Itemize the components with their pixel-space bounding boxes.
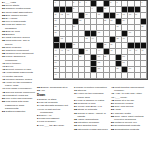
cell-number: 45 [110,49,112,51]
grid-cell[interactable] [141,73,147,79]
clue-text: Fund set aside for messages [5,23,26,29]
across-clues-tail: 65 Branch, Norwegian-style66 Ado [37,86,72,92]
cell-number: 35 [116,37,118,39]
cell-number: 30 [98,31,100,33]
clue-item: 53 Trattoria basketful [2,110,36,113]
cell-number: 50 [79,55,81,57]
clue-text: Pips doing with John, Passions or Todd b… [5,100,29,109]
down-clues-1: 1 Display of stars2 Low-fat products3 Hi… [37,98,72,127]
clue-text: Free-of-salt diet ad comparison [38,108,60,114]
cell-number: 61 [54,73,56,75]
crossword-page: 24 ___ Vista25 Cover start?26 Summer-rel… [0,0,150,150]
cell-number: 40 [54,49,56,51]
cell-number: 36 [123,37,125,39]
cell-number: 44 [98,49,100,51]
cell-number: 58 [98,67,100,69]
clue-text: Orchestrated contents [114,128,139,131]
clue-text: Cure, ages, adult contains collective be… [114,115,144,121]
clue-text: Sound in 'shoe,' 'about' or 'chants' [77,112,106,118]
cell-number: 47 [135,49,137,51]
cell-number: 19 [135,13,137,15]
cell-number: 33 [85,37,87,39]
cell-number: 25 [54,25,56,27]
clues-column-4: 43 Most talented independent company46 '… [111,86,148,149]
cell-number: 15 [98,13,100,15]
cell-number: 31 [129,31,131,33]
clue-text: Intercepts a pass and more [77,128,108,131]
cell-number: 5 [110,1,111,3]
cell-number: 51 [98,55,100,57]
clues-column-3: 9 Cause of friction elimination10 Stereo… [74,86,109,149]
cell-number: 55 [98,61,100,63]
cell-number: 14 [85,13,87,15]
clue-text: Prairie gardener's companion [5,55,25,61]
crossword-grid: 1234567891011121314151617181920212223242… [53,0,148,80]
cell-number: 27 [116,25,118,27]
cell-number: 4 [85,1,86,3]
cell-number: 59 [116,67,118,69]
across-clues-column: 24 ___ Vista25 Cover start?26 Summer-rel… [2,1,36,149]
cell-number: 56 [123,61,125,63]
clue-text: Trattoria basketful [5,110,26,113]
cell-number: 49 [54,55,56,57]
clues-column-2: 65 Branch, Norwegian-style66 Ado Down 1 … [37,86,72,149]
cell-number: 32 [61,37,63,39]
clue-item: 66 Ado [37,89,72,92]
cell-number: 28 [141,25,143,27]
clue-text: Most talented independent company [114,86,144,92]
clue-item: 58 Orchestrated contents [111,128,148,131]
clue-item: 8 "For ___ the Bell Tolls" [37,124,72,127]
cell-number: 13 [67,13,69,15]
cell-number: 9 [92,7,93,9]
cell-number: 57 [54,67,56,69]
cell-number: 8 [73,7,74,9]
cell-number: 16 [116,13,118,15]
cell-number: 7 [141,1,142,3]
clue-text: Ado [40,89,45,92]
cell-number: 17 [123,13,125,15]
cell-number: 21 [79,19,81,21]
cell-number: 60 [129,67,131,69]
cell-number: 53 [123,55,125,57]
cell-number: 20 [54,19,56,21]
clue-text: Home for the professed elderly chap [5,81,32,87]
cell-number: 54 [54,61,56,63]
cell-number: 10 [104,7,106,9]
cell-number: 34 [92,37,94,39]
clue-item: 52 Pips doing with John, Passions or Tod… [2,100,36,110]
cell-number: 3 [79,1,80,3]
cell-number: 24 [123,19,125,21]
cell-number: 48 [141,49,143,51]
cell-number: 26 [73,25,75,27]
cell-number: 46 [129,49,131,51]
clue-text: "For ___ the Bell Tolls" [38,124,64,127]
cell-number: 18 [129,13,131,15]
cell-number: 2 [73,1,74,3]
cell-number: 12 [61,13,63,15]
cell-number: 11 [54,13,56,15]
cell-number: 29 [54,31,56,33]
cell-number: 37 [73,43,75,45]
down-heading: Down [37,93,72,97]
cell-number: 1 [54,1,55,3]
cell-number: 6 [116,1,117,3]
cell-number: 52 [104,55,106,57]
cell-number: 38 [104,43,106,45]
cell-number: 43 [85,49,87,51]
clue-text: Home for the professed 'Maria' fans [77,92,104,98]
clue-item: 38 Intercepts a pass and more [74,128,109,131]
cell-number: 22 [104,19,106,21]
clue-text: Word with play, sail or screen [5,39,30,45]
cell-number: 23 [110,19,112,21]
cell-number: 41 [61,49,63,51]
cell-number: 42 [67,49,69,51]
cell-number: 39 [110,43,112,45]
